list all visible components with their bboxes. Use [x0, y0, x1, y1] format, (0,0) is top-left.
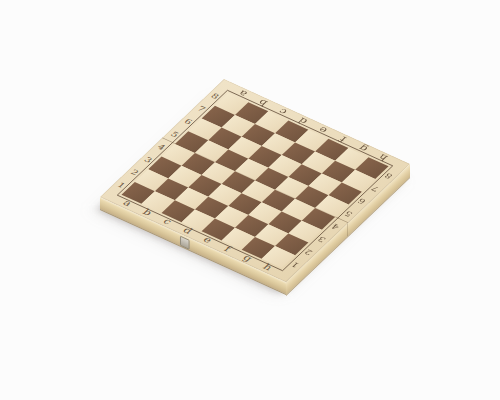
chessboard-top-face: abcdefgh abcdefgh 12345678 12345678 [100, 79, 410, 282]
product-photo-scene: abcdefgh abcdefgh 12345678 12345678 [0, 0, 500, 400]
metal-clasp [180, 236, 189, 250]
